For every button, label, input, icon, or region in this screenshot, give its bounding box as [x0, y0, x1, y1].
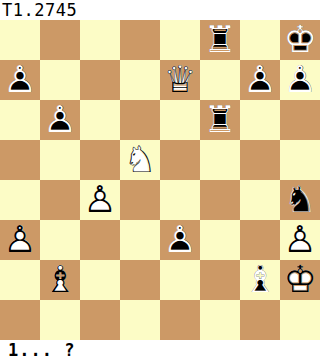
square-h3[interactable]: ♟♙: [280, 220, 320, 260]
square-g7[interactable]: ♟♙: [240, 60, 280, 100]
square-g6[interactable]: [240, 100, 280, 140]
black-bishop-g2: ♝♗: [240, 260, 280, 300]
move-prompt-bar: 1... ?: [0, 340, 320, 360]
square-h1[interactable]: [280, 300, 320, 340]
black-pawn-e3: ♟♙: [160, 220, 200, 260]
square-d7[interactable]: [120, 60, 160, 100]
square-g5[interactable]: [240, 140, 280, 180]
square-b5[interactable]: [40, 140, 80, 180]
square-g4[interactable]: [240, 180, 280, 220]
square-a1[interactable]: [0, 300, 40, 340]
square-e8[interactable]: [160, 20, 200, 60]
square-e2[interactable]: [160, 260, 200, 300]
square-f1[interactable]: [200, 300, 240, 340]
square-d6[interactable]: [120, 100, 160, 140]
square-c5[interactable]: [80, 140, 120, 180]
square-e6[interactable]: [160, 100, 200, 140]
square-c1[interactable]: [80, 300, 120, 340]
white-pawn-c4: ♟♙: [80, 180, 120, 220]
square-h5[interactable]: [280, 140, 320, 180]
black-pawn-b6: ♟♙: [40, 100, 80, 140]
square-h6[interactable]: [280, 100, 320, 140]
black-pawn-g7: ♟♙: [240, 60, 280, 100]
white-pawn-a3: ♟♙: [0, 220, 40, 260]
square-a8[interactable]: [0, 20, 40, 60]
square-e1[interactable]: [160, 300, 200, 340]
square-g3[interactable]: [240, 220, 280, 260]
square-b6[interactable]: ♟♙: [40, 100, 80, 140]
square-h8[interactable]: ♚♔: [280, 20, 320, 60]
black-pawn-h7: ♟♙: [280, 60, 320, 100]
white-king-h2: ♚♔: [280, 260, 320, 300]
square-a5[interactable]: [0, 140, 40, 180]
square-a6[interactable]: [0, 100, 40, 140]
square-f2[interactable]: [200, 260, 240, 300]
black-knight-h4: ♞♘: [280, 180, 320, 220]
square-a3[interactable]: ♟♙: [0, 220, 40, 260]
square-b7[interactable]: [40, 60, 80, 100]
square-h2[interactable]: ♚♔: [280, 260, 320, 300]
square-e7[interactable]: ♛♕: [160, 60, 200, 100]
square-d8[interactable]: [120, 20, 160, 60]
square-e4[interactable]: [160, 180, 200, 220]
square-h4[interactable]: ♞♘: [280, 180, 320, 220]
chess-board: ♜♖♚♔♟♙♛♕♟♙♟♙♟♙♜♖♞♘♟♙♞♘♟♙♟♙♟♙♝♗♝♗♚♔: [0, 20, 320, 340]
square-f6[interactable]: ♜♖: [200, 100, 240, 140]
square-g1[interactable]: [240, 300, 280, 340]
black-king-h8: ♚♔: [280, 20, 320, 60]
white-bishop-b2: ♝♗: [40, 260, 80, 300]
square-a2[interactable]: [0, 260, 40, 300]
square-c4[interactable]: ♟♙: [80, 180, 120, 220]
square-b3[interactable]: [40, 220, 80, 260]
square-b4[interactable]: [40, 180, 80, 220]
square-e5[interactable]: [160, 140, 200, 180]
square-c2[interactable]: [80, 260, 120, 300]
square-d1[interactable]: [120, 300, 160, 340]
black-rook-f6: ♜♖: [200, 100, 240, 140]
square-d2[interactable]: [120, 260, 160, 300]
puzzle-header-bar: T1.2745: [0, 0, 320, 20]
move-prompt: 1... ?: [0, 340, 75, 360]
square-c8[interactable]: [80, 20, 120, 60]
white-queen-e7: ♛♕: [160, 60, 200, 100]
white-pawn-h3: ♟♙: [280, 220, 320, 260]
square-c3[interactable]: [80, 220, 120, 260]
square-c7[interactable]: [80, 60, 120, 100]
square-h7[interactable]: ♟♙: [280, 60, 320, 100]
square-c6[interactable]: [80, 100, 120, 140]
square-f5[interactable]: [200, 140, 240, 180]
square-d5[interactable]: ♞♘: [120, 140, 160, 180]
square-b1[interactable]: [40, 300, 80, 340]
square-b8[interactable]: [40, 20, 80, 60]
square-a4[interactable]: [0, 180, 40, 220]
square-e3[interactable]: ♟♙: [160, 220, 200, 260]
black-pawn-a7: ♟♙: [0, 60, 40, 100]
square-f7[interactable]: [200, 60, 240, 100]
square-g8[interactable]: [240, 20, 280, 60]
square-f8[interactable]: ♜♖: [200, 20, 240, 60]
white-knight-d5: ♞♘: [120, 140, 160, 180]
square-f3[interactable]: [200, 220, 240, 260]
black-rook-f8: ♜♖: [200, 20, 240, 60]
square-d3[interactable]: [120, 220, 160, 260]
square-g2[interactable]: ♝♗: [240, 260, 280, 300]
square-b2[interactable]: ♝♗: [40, 260, 80, 300]
square-a7[interactable]: ♟♙: [0, 60, 40, 100]
square-d4[interactable]: [120, 180, 160, 220]
square-f4[interactable]: [200, 180, 240, 220]
puzzle-id: T1.2745: [0, 0, 77, 20]
